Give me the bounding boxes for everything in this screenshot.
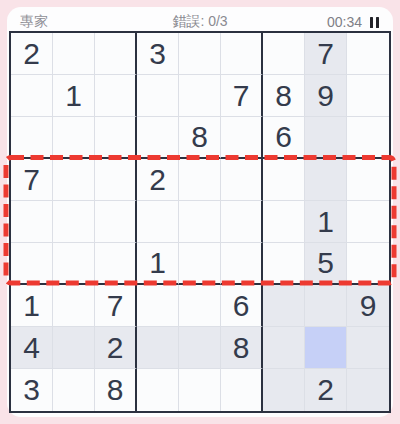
cell-r2c1[interactable] (11, 75, 53, 117)
cell-r9c7[interactable] (263, 369, 305, 411)
cell-r4c1[interactable]: 7 (11, 159, 53, 201)
cell-r7c7[interactable] (263, 285, 305, 327)
cell-r3c8[interactable] (305, 117, 347, 159)
cell-r1c4[interactable]: 3 (137, 33, 179, 75)
cell-r8c1[interactable]: 4 (11, 327, 53, 369)
cell-r1c8[interactable]: 7 (305, 33, 347, 75)
cell-r4c8[interactable] (305, 159, 347, 201)
cell-r8c5[interactable] (179, 327, 221, 369)
timer-value: 00:34 (327, 14, 362, 30)
cell-r2c4[interactable] (137, 75, 179, 117)
cell-r9c1[interactable]: 3 (11, 369, 53, 411)
cell-r5c4[interactable] (137, 201, 179, 243)
cell-r7c8[interactable] (305, 285, 347, 327)
cell-r2c2[interactable]: 1 (53, 75, 95, 117)
cell-r3c5[interactable]: 8 (179, 117, 221, 159)
cell-r8c9[interactable] (347, 327, 389, 369)
cell-r7c3[interactable]: 7 (95, 285, 137, 327)
cell-r7c6[interactable]: 6 (221, 285, 263, 327)
cell-r3c6[interactable] (221, 117, 263, 159)
timer-area: 00:34 (327, 14, 380, 30)
cell-r9c3[interactable]: 8 (95, 369, 137, 411)
cell-r2c8[interactable]: 9 (305, 75, 347, 117)
mistakes-counter: 錯誤: 0/3 (172, 13, 227, 31)
cell-r6c7[interactable] (263, 243, 305, 285)
sudoku-board: 237178986721151769428382 (9, 31, 391, 413)
cell-r6c1[interactable] (11, 243, 53, 285)
cell-r1c9[interactable] (347, 33, 389, 75)
cell-r5c1[interactable] (11, 201, 53, 243)
cell-r4c7[interactable] (263, 159, 305, 201)
cell-r3c4[interactable] (137, 117, 179, 159)
cell-r7c5[interactable] (179, 285, 221, 327)
cell-r8c6[interactable]: 8 (221, 327, 263, 369)
cell-r7c9[interactable]: 9 (347, 285, 389, 327)
cell-r3c3[interactable] (95, 117, 137, 159)
cell-r4c2[interactable] (53, 159, 95, 201)
cell-r2c7[interactable]: 8 (263, 75, 305, 117)
cell-r3c9[interactable] (347, 117, 389, 159)
cell-r6c6[interactable] (221, 243, 263, 285)
cell-r6c5[interactable] (179, 243, 221, 285)
cell-r8c3[interactable]: 2 (95, 327, 137, 369)
cell-r8c8[interactable] (305, 327, 347, 369)
cell-r6c8[interactable]: 5 (305, 243, 347, 285)
cell-r4c6[interactable] (221, 159, 263, 201)
cell-r6c9[interactable] (347, 243, 389, 285)
pause-icon[interactable] (369, 16, 380, 29)
cell-r9c2[interactable] (53, 369, 95, 411)
cell-r5c9[interactable] (347, 201, 389, 243)
cell-r5c2[interactable] (53, 201, 95, 243)
cell-r7c4[interactable] (137, 285, 179, 327)
cell-r9c5[interactable] (179, 369, 221, 411)
cell-r2c6[interactable]: 7 (221, 75, 263, 117)
cell-r1c7[interactable] (263, 33, 305, 75)
pause-bar-right (376, 17, 379, 28)
cell-r2c9[interactable] (347, 75, 389, 117)
cell-r4c4[interactable]: 2 (137, 159, 179, 201)
cell-r1c1[interactable]: 2 (11, 33, 53, 75)
cell-r8c4[interactable] (137, 327, 179, 369)
cell-r4c5[interactable] (179, 159, 221, 201)
cell-r4c3[interactable] (95, 159, 137, 201)
cell-r1c3[interactable] (95, 33, 137, 75)
cell-r3c2[interactable] (53, 117, 95, 159)
cell-r5c7[interactable] (263, 201, 305, 243)
cell-r1c6[interactable] (221, 33, 263, 75)
cell-r9c9[interactable] (347, 369, 389, 411)
cell-r8c2[interactable] (53, 327, 95, 369)
cell-r1c5[interactable] (179, 33, 221, 75)
cell-r9c6[interactable] (221, 369, 263, 411)
cell-r1c2[interactable] (53, 33, 95, 75)
cell-r5c8[interactable]: 1 (305, 201, 347, 243)
cell-r5c5[interactable] (179, 201, 221, 243)
cell-r8c7[interactable] (263, 327, 305, 369)
cell-r2c5[interactable] (179, 75, 221, 117)
pause-bar-left (370, 17, 373, 28)
cell-r3c1[interactable] (11, 117, 53, 159)
cell-r6c2[interactable] (53, 243, 95, 285)
cell-r7c1[interactable]: 1 (11, 285, 53, 327)
cell-r2c3[interactable] (95, 75, 137, 117)
status-bar: 專家 錯誤: 0/3 00:34 (7, 7, 393, 33)
cell-r9c4[interactable] (137, 369, 179, 411)
cell-r9c8[interactable]: 2 (305, 369, 347, 411)
cell-r3c7[interactable]: 6 (263, 117, 305, 159)
difficulty-label: 專家 (20, 13, 48, 31)
game-card: 專家 錯誤: 0/3 00:34 23717898672115176942838… (7, 7, 393, 417)
cell-r6c3[interactable] (95, 243, 137, 285)
cell-r4c9[interactable] (347, 159, 389, 201)
cell-r5c3[interactable] (95, 201, 137, 243)
cell-r6c4[interactable]: 1 (137, 243, 179, 285)
cell-r7c2[interactable] (53, 285, 95, 327)
cell-r5c6[interactable] (221, 201, 263, 243)
